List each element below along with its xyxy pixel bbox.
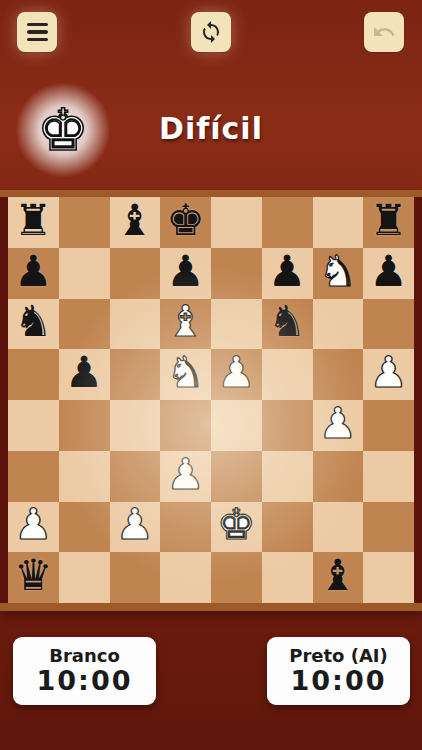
square-e6[interactable] <box>211 299 262 350</box>
square-a1[interactable]: ♛ <box>8 552 59 603</box>
square-d1[interactable] <box>160 552 211 603</box>
square-e1[interactable] <box>211 552 262 603</box>
square-a3[interactable] <box>8 451 59 502</box>
black-queen-icon: ♛ <box>14 554 53 597</box>
black-pawn-icon: ♟ <box>65 351 104 394</box>
square-b5[interactable]: ♟ <box>59 349 110 400</box>
square-a5[interactable] <box>8 349 59 400</box>
square-c5[interactable] <box>110 349 161 400</box>
white-pawn-icon: ♟ <box>166 453 205 496</box>
square-h1[interactable] <box>363 552 414 603</box>
square-d6[interactable]: ♝ <box>160 299 211 350</box>
hamburger-icon <box>27 23 48 41</box>
square-h5[interactable]: ♟ <box>363 349 414 400</box>
square-c1[interactable] <box>110 552 161 603</box>
square-e8[interactable] <box>211 197 262 248</box>
square-e2[interactable]: ♚ <box>211 502 262 553</box>
white-pawn-icon: ♟ <box>14 503 53 546</box>
square-c4[interactable] <box>110 400 161 451</box>
square-h8[interactable]: ♜ <box>363 197 414 248</box>
square-f6[interactable]: ♞ <box>262 299 313 350</box>
square-b2[interactable] <box>59 502 110 553</box>
black-clock: Preto (AI) 10:00 <box>267 637 410 705</box>
toolbar <box>0 0 422 60</box>
black-bishop-icon: ♝ <box>319 554 358 597</box>
square-f3[interactable] <box>262 451 313 502</box>
white-clock: Branco 10:00 <box>13 637 156 705</box>
square-a7[interactable]: ♟ <box>8 248 59 299</box>
board-frame: ♜♝♚♜♟♟♟♞♟♞♝♞♟♞♟♟♟♟♟♟♚♛♝ <box>0 190 422 611</box>
square-f7[interactable]: ♟ <box>262 248 313 299</box>
square-b4[interactable] <box>59 400 110 451</box>
square-f4[interactable] <box>262 400 313 451</box>
header: ♚ Difícil <box>0 92 422 172</box>
square-c6[interactable] <box>110 299 161 350</box>
white-pawn-icon: ♟ <box>319 402 358 445</box>
black-bishop-icon: ♝ <box>116 199 155 242</box>
square-b3[interactable] <box>59 451 110 502</box>
undo-button[interactable] <box>364 12 404 52</box>
square-g4[interactable]: ♟ <box>313 400 364 451</box>
square-c8[interactable]: ♝ <box>110 197 161 248</box>
square-g6[interactable] <box>313 299 364 350</box>
black-pawn-icon: ♟ <box>369 250 408 293</box>
black-pawn-icon: ♟ <box>166 250 205 293</box>
square-d7[interactable]: ♟ <box>160 248 211 299</box>
square-d5[interactable]: ♞ <box>160 349 211 400</box>
square-g5[interactable] <box>313 349 364 400</box>
square-c2[interactable]: ♟ <box>110 502 161 553</box>
square-b7[interactable] <box>59 248 110 299</box>
square-e5[interactable]: ♟ <box>211 349 262 400</box>
black-rook-icon: ♜ <box>14 199 53 242</box>
square-e3[interactable] <box>211 451 262 502</box>
black-pawn-icon: ♟ <box>268 250 307 293</box>
square-d8[interactable]: ♚ <box>160 197 211 248</box>
square-h3[interactable] <box>363 451 414 502</box>
white-pawn-icon: ♟ <box>116 503 155 546</box>
menu-button[interactable] <box>17 12 57 52</box>
black-king-icon: ♚ <box>166 199 205 242</box>
white-clock-time: 10:00 <box>13 666 156 696</box>
square-g3[interactable] <box>313 451 364 502</box>
square-b6[interactable] <box>59 299 110 350</box>
square-f1[interactable] <box>262 552 313 603</box>
square-e7[interactable] <box>211 248 262 299</box>
white-pawn-icon: ♟ <box>217 351 256 394</box>
black-knight-icon: ♞ <box>14 300 53 343</box>
square-h2[interactable] <box>363 502 414 553</box>
square-c3[interactable] <box>110 451 161 502</box>
square-h6[interactable] <box>363 299 414 350</box>
white-knight-icon: ♞ <box>319 250 358 293</box>
square-f8[interactable] <box>262 197 313 248</box>
square-g1[interactable]: ♝ <box>313 552 364 603</box>
undo-arrow-icon <box>372 20 396 44</box>
square-f2[interactable] <box>262 502 313 553</box>
black-pawn-icon: ♟ <box>14 250 53 293</box>
square-d2[interactable] <box>160 502 211 553</box>
square-b1[interactable] <box>59 552 110 603</box>
square-e4[interactable] <box>211 400 262 451</box>
square-g2[interactable] <box>313 502 364 553</box>
white-clock-label: Branco <box>13 645 156 666</box>
restart-button[interactable] <box>191 12 231 52</box>
square-b8[interactable] <box>59 197 110 248</box>
square-h7[interactable]: ♟ <box>363 248 414 299</box>
white-king-icon: ♚ <box>217 503 256 546</box>
square-h4[interactable] <box>363 400 414 451</box>
square-f5[interactable] <box>262 349 313 400</box>
square-c7[interactable] <box>110 248 161 299</box>
black-rook-icon: ♜ <box>369 199 408 242</box>
square-a6[interactable]: ♞ <box>8 299 59 350</box>
square-d4[interactable] <box>160 400 211 451</box>
white-pawn-icon: ♟ <box>369 351 408 394</box>
black-clock-time: 10:00 <box>267 666 410 696</box>
square-a4[interactable] <box>8 400 59 451</box>
square-g7[interactable]: ♞ <box>313 248 364 299</box>
square-a8[interactable]: ♜ <box>8 197 59 248</box>
white-bishop-icon: ♝ <box>166 300 205 343</box>
difficulty-title: Difícil <box>0 111 422 146</box>
black-knight-icon: ♞ <box>268 300 307 343</box>
square-d3[interactable]: ♟ <box>160 451 211 502</box>
black-clock-label: Preto (AI) <box>267 645 410 666</box>
white-knight-icon: ♞ <box>166 351 205 394</box>
refresh-icon <box>199 20 223 44</box>
square-a2[interactable]: ♟ <box>8 502 59 553</box>
square-g8[interactable] <box>313 197 364 248</box>
chess-board: ♜♝♚♜♟♟♟♞♟♞♝♞♟♞♟♟♟♟♟♟♚♛♝ <box>8 197 414 603</box>
